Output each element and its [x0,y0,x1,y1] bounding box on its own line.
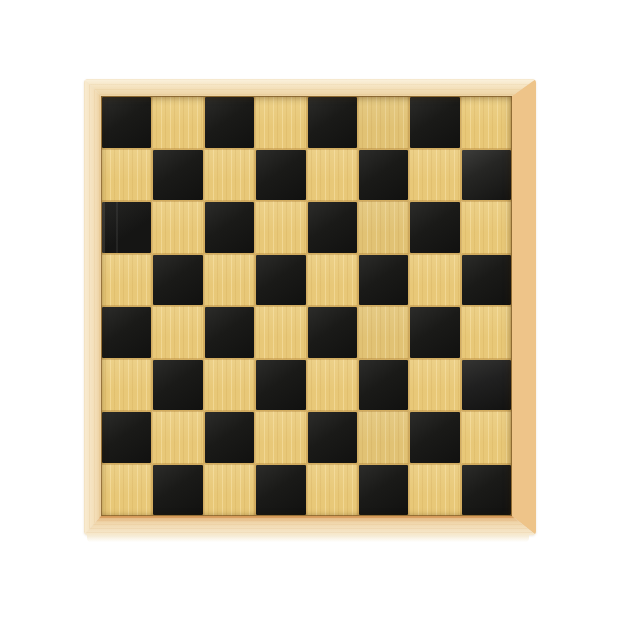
square-a1[interactable] [101,464,152,517]
dark-square-fill [256,150,305,201]
square-g3[interactable] [409,359,460,412]
square-d2[interactable] [255,411,306,464]
frame-rail-right [512,79,536,535]
frame-rail-top [84,79,536,96]
square-c3[interactable] [204,359,255,412]
square-c1[interactable] [204,464,255,517]
square-d5[interactable] [255,254,306,307]
dark-square-fill [359,150,408,201]
square-d4[interactable] [255,306,306,359]
square-f4[interactable] [358,306,409,359]
dark-square-fill [205,307,254,358]
square-a5[interactable] [101,254,152,307]
square-e4[interactable] [307,306,358,359]
dark-square-fill [410,202,459,253]
square-b2[interactable] [152,411,203,464]
square-h5[interactable] [461,254,512,307]
square-b8[interactable] [152,96,203,149]
square-c8[interactable] [204,96,255,149]
square-f8[interactable] [358,96,409,149]
square-b3[interactable] [152,359,203,412]
square-c5[interactable] [204,254,255,307]
playing-area [101,96,512,516]
dark-square-fill [205,412,254,463]
dark-square-fill [308,97,357,148]
photo-background [0,0,620,620]
square-h2[interactable] [461,411,512,464]
square-e7[interactable] [307,149,358,202]
square-a8[interactable] [101,96,152,149]
square-b7[interactable] [152,149,203,202]
dark-square-fill [359,465,408,516]
dark-square-fill [205,202,254,253]
dark-square-fill [205,97,254,148]
dark-square-fill [359,360,408,411]
square-d3[interactable] [255,359,306,412]
square-a2[interactable] [101,411,152,464]
square-d8[interactable] [255,96,306,149]
square-f2[interactable] [358,411,409,464]
square-f6[interactable] [358,201,409,254]
dark-square-fill [256,255,305,306]
square-c7[interactable] [204,149,255,202]
square-g2[interactable] [409,411,460,464]
square-d6[interactable] [255,201,306,254]
square-b1[interactable] [152,464,203,517]
dark-square-fill [410,97,459,148]
square-e2[interactable] [307,411,358,464]
frame-rail-left [84,79,101,535]
dark-square-fill [102,97,151,148]
square-b4[interactable] [152,306,203,359]
square-c6[interactable] [204,201,255,254]
dark-square-fill [462,360,511,411]
square-c2[interactable] [204,411,255,464]
dark-square-fill [153,255,202,306]
square-e3[interactable] [307,359,358,412]
dark-square-fill [462,255,511,306]
frame-rail-bottom [84,516,536,535]
square-b5[interactable] [152,254,203,307]
square-h4[interactable] [461,306,512,359]
dark-square-fill [153,465,202,516]
dark-square-fill [153,360,202,411]
square-g7[interactable] [409,149,460,202]
dark-square-fill [410,412,459,463]
dark-square-fill [410,307,459,358]
board-bottom-edge-highlight [87,535,529,543]
square-h8[interactable] [461,96,512,149]
square-f7[interactable] [358,149,409,202]
square-a4[interactable] [101,306,152,359]
square-f5[interactable] [358,254,409,307]
square-b6[interactable] [152,201,203,254]
square-g8[interactable] [409,96,460,149]
square-e1[interactable] [307,464,358,517]
dark-square-fill [462,465,511,516]
dark-square-fill [308,202,357,253]
square-g1[interactable] [409,464,460,517]
square-e6[interactable] [307,201,358,254]
square-d7[interactable] [255,149,306,202]
square-e5[interactable] [307,254,358,307]
square-g6[interactable] [409,201,460,254]
square-d1[interactable] [255,464,306,517]
dark-square-fill [102,307,151,358]
board-squares [101,96,512,516]
square-h1[interactable] [461,464,512,517]
square-f3[interactable] [358,359,409,412]
dark-square-fill [102,202,151,253]
square-e8[interactable] [307,96,358,149]
dark-square-fill [256,465,305,516]
square-g5[interactable] [409,254,460,307]
square-f1[interactable] [358,464,409,517]
dark-square-fill [308,307,357,358]
dark-square-fill [359,255,408,306]
square-h7[interactable] [461,149,512,202]
square-a6[interactable] [101,201,152,254]
square-a3[interactable] [101,359,152,412]
dark-square-fill [256,360,305,411]
square-h3[interactable] [461,359,512,412]
dark-square-fill [153,150,202,201]
square-c4[interactable] [204,306,255,359]
board-frame [84,79,536,535]
dark-square-fill [462,150,511,201]
wooden-board [84,79,536,535]
dark-square-fill [308,412,357,463]
dark-square-fill [102,412,151,463]
square-a7[interactable] [101,149,152,202]
square-h6[interactable] [461,201,512,254]
square-g4[interactable] [409,306,460,359]
